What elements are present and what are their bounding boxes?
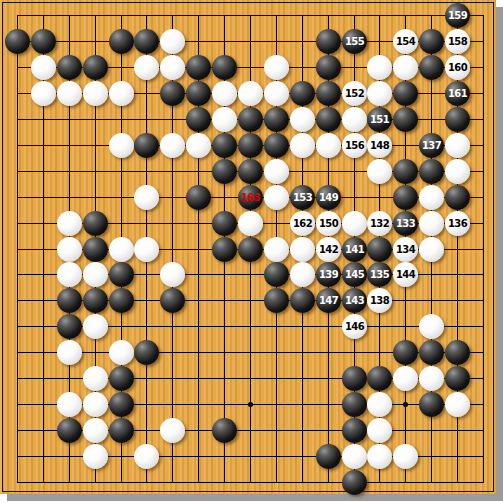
white-stone[interactable] <box>57 392 82 417</box>
move-number-label: 144 <box>393 262 418 287</box>
white-stone[interactable] <box>367 159 392 184</box>
white-stone[interactable] <box>160 55 185 80</box>
black-stone[interactable] <box>109 288 134 313</box>
white-stone[interactable] <box>83 444 108 469</box>
black-stone[interactable] <box>212 133 237 158</box>
black-stone[interactable] <box>238 133 263 158</box>
black-stone[interactable]: 151 <box>367 107 392 132</box>
black-stone[interactable] <box>316 444 341 469</box>
white-stone[interactable] <box>342 211 367 236</box>
black-stone[interactable] <box>393 185 418 210</box>
white-stone[interactable] <box>83 314 108 339</box>
black-stone[interactable] <box>290 81 315 106</box>
black-stone[interactable] <box>419 55 444 80</box>
move-number-label: 132 <box>367 211 392 236</box>
white-stone[interactable] <box>290 262 315 287</box>
move-number-label: 134 <box>393 237 418 262</box>
white-stone[interactable] <box>264 185 289 210</box>
black-stone[interactable]: 155 <box>342 29 367 54</box>
black-stone[interactable] <box>445 185 470 210</box>
move-number-label: 147 <box>316 288 341 313</box>
black-stone[interactable] <box>109 392 134 417</box>
black-stone[interactable]: 149 <box>316 185 341 210</box>
star-point <box>248 402 253 407</box>
move-number-label: 159 <box>445 3 470 28</box>
black-stone[interactable] <box>264 288 289 313</box>
black-stone[interactable]: 137 <box>419 133 444 158</box>
black-stone[interactable] <box>264 107 289 132</box>
black-stone[interactable]: 145 <box>342 262 367 287</box>
black-stone[interactable] <box>316 107 341 132</box>
black-stone[interactable] <box>83 237 108 262</box>
white-stone[interactable] <box>367 81 392 106</box>
page: { "game": "go", "board_size": 19, "posit… <box>0 0 503 503</box>
black-stone[interactable] <box>109 262 134 287</box>
white-stone[interactable]: 136 <box>445 211 470 236</box>
black-stone[interactable] <box>419 340 444 365</box>
white-stone[interactable] <box>290 237 315 262</box>
move-number-label: 150 <box>316 211 341 236</box>
black-stone[interactable] <box>393 107 418 132</box>
white-stone[interactable]: 154 <box>393 29 418 54</box>
black-stone[interactable] <box>57 418 82 443</box>
white-stone[interactable]: 160 <box>445 55 470 80</box>
black-stone[interactable] <box>160 288 185 313</box>
white-stone[interactable] <box>290 133 315 158</box>
white-stone[interactable] <box>109 237 134 262</box>
white-stone[interactable] <box>83 366 108 391</box>
move-number-label: 149 <box>316 185 341 210</box>
white-stone[interactable] <box>419 211 444 236</box>
move-number-label: 135 <box>367 262 392 287</box>
white-stone[interactable] <box>238 81 263 106</box>
white-stone[interactable] <box>57 81 82 106</box>
black-stone[interactable] <box>83 211 108 236</box>
white-stone[interactable]: 152 <box>342 81 367 106</box>
white-stone[interactable] <box>316 133 341 158</box>
white-stone[interactable] <box>134 237 159 262</box>
white-stone[interactable]: 156 <box>342 133 367 158</box>
white-stone[interactable] <box>419 314 444 339</box>
white-stone[interactable] <box>134 55 159 80</box>
black-stone[interactable] <box>212 55 237 80</box>
black-stone[interactable] <box>264 133 289 158</box>
black-stone[interactable] <box>445 107 470 132</box>
move-number-label: 139 <box>316 262 341 287</box>
white-stone[interactable] <box>186 133 211 158</box>
move-number-label: 141 <box>342 237 367 262</box>
black-stone[interactable] <box>342 366 367 391</box>
white-stone[interactable] <box>419 237 444 262</box>
black-stone[interactable] <box>419 159 444 184</box>
black-stone[interactable] <box>316 29 341 54</box>
white-stone[interactable]: 144 <box>393 262 418 287</box>
white-stone[interactable]: 158 <box>445 29 470 54</box>
move-number-label: 148 <box>367 133 392 158</box>
white-stone[interactable]: 162 <box>290 211 315 236</box>
black-stone[interactable] <box>83 55 108 80</box>
white-stone[interactable] <box>31 81 56 106</box>
move-number-label: 154 <box>393 29 418 54</box>
white-stone[interactable] <box>445 392 470 417</box>
black-stone[interactable] <box>212 418 237 443</box>
black-stone[interactable]: 139 <box>316 262 341 287</box>
white-stone[interactable] <box>419 185 444 210</box>
black-stone[interactable]: 163 <box>238 185 263 210</box>
white-stone[interactable] <box>134 185 159 210</box>
white-stone[interactable] <box>367 392 392 417</box>
white-stone[interactable] <box>238 211 263 236</box>
white-stone[interactable] <box>393 55 418 80</box>
black-stone[interactable] <box>57 55 82 80</box>
black-stone[interactable] <box>186 107 211 132</box>
white-stone[interactable] <box>109 81 134 106</box>
black-stone[interactable] <box>160 81 185 106</box>
black-stone[interactable] <box>393 159 418 184</box>
white-stone[interactable] <box>109 133 134 158</box>
star-point <box>403 402 408 407</box>
black-stone[interactable] <box>238 237 263 262</box>
white-stone[interactable]: 150 <box>316 211 341 236</box>
white-stone[interactable] <box>264 81 289 106</box>
black-stone[interactable] <box>419 29 444 54</box>
black-stone[interactable] <box>393 340 418 365</box>
white-stone[interactable] <box>57 340 82 365</box>
white-stone[interactable] <box>419 366 444 391</box>
go-board[interactable]: 1591551541581601521611511561481371631531… <box>0 0 496 494</box>
white-stone[interactable] <box>109 340 134 365</box>
black-stone[interactable] <box>57 288 82 313</box>
black-stone[interactable] <box>264 262 289 287</box>
black-stone[interactable] <box>212 237 237 262</box>
white-stone[interactable] <box>83 81 108 106</box>
white-stone[interactable] <box>342 107 367 132</box>
white-stone[interactable] <box>264 159 289 184</box>
black-stone[interactable]: 143 <box>342 288 367 313</box>
black-stone[interactable] <box>109 29 134 54</box>
white-stone[interactable] <box>264 55 289 80</box>
move-number-label: 156 <box>342 133 367 158</box>
white-stone[interactable]: 138 <box>367 288 392 313</box>
move-number-label: 143 <box>342 288 367 313</box>
white-stone[interactable] <box>290 107 315 132</box>
move-number-label: 133 <box>393 211 418 236</box>
black-stone[interactable]: 153 <box>290 185 315 210</box>
black-stone[interactable]: 147 <box>316 288 341 313</box>
black-stone[interactable] <box>186 185 211 210</box>
move-number-label: 146 <box>342 314 367 339</box>
black-stone[interactable] <box>31 29 56 54</box>
white-stone[interactable] <box>31 55 56 80</box>
black-stone[interactable] <box>445 366 470 391</box>
move-number-label: 158 <box>445 29 470 54</box>
black-stone[interactable] <box>342 418 367 443</box>
black-stone[interactable] <box>393 81 418 106</box>
white-stone[interactable] <box>342 444 367 469</box>
white-stone[interactable] <box>83 392 108 417</box>
black-stone[interactable] <box>290 288 315 313</box>
white-stone[interactable] <box>393 444 418 469</box>
black-stone[interactable] <box>109 366 134 391</box>
white-stone[interactable] <box>57 237 82 262</box>
white-stone[interactable] <box>160 418 185 443</box>
white-stone[interactable] <box>134 444 159 469</box>
black-stone[interactable] <box>212 159 237 184</box>
black-stone[interactable]: 159 <box>445 3 470 28</box>
black-stone[interactable] <box>316 55 341 80</box>
black-stone[interactable] <box>134 133 159 158</box>
black-stone[interactable] <box>134 340 159 365</box>
black-stone[interactable]: 135 <box>367 262 392 287</box>
move-number-label: 162 <box>290 211 315 236</box>
black-stone[interactable] <box>367 366 392 391</box>
grid-line-horizontal <box>17 482 484 483</box>
white-stone[interactable] <box>57 262 82 287</box>
white-stone[interactable]: 142 <box>316 237 341 262</box>
black-stone[interactable]: 141 <box>342 237 367 262</box>
white-stone[interactable] <box>212 107 237 132</box>
white-stone[interactable] <box>212 81 237 106</box>
black-stone[interactable] <box>316 81 341 106</box>
white-stone[interactable]: 132 <box>367 211 392 236</box>
white-stone[interactable] <box>367 418 392 443</box>
move-number-label: 145 <box>342 262 367 287</box>
white-stone[interactable] <box>367 55 392 80</box>
white-stone[interactable] <box>57 211 82 236</box>
move-number-label: 152 <box>342 81 367 106</box>
white-stone[interactable] <box>160 262 185 287</box>
white-stone[interactable] <box>264 237 289 262</box>
white-stone[interactable]: 148 <box>367 133 392 158</box>
move-number-label: 138 <box>367 288 392 313</box>
grid-line-vertical <box>483 15 484 483</box>
white-stone[interactable] <box>160 29 185 54</box>
move-number-label: 142 <box>316 237 341 262</box>
black-stone[interactable] <box>445 340 470 365</box>
move-number-label: 153 <box>290 185 315 210</box>
move-number-label: 160 <box>445 55 470 80</box>
white-stone[interactable]: 146 <box>342 314 367 339</box>
move-number-label: 137 <box>419 133 444 158</box>
white-stone[interactable] <box>83 418 108 443</box>
black-stone[interactable]: 161 <box>445 81 470 106</box>
black-stone[interactable] <box>238 107 263 132</box>
move-number-label: 161 <box>445 81 470 106</box>
black-stone[interactable]: 133 <box>393 211 418 236</box>
white-stone[interactable] <box>445 133 470 158</box>
black-stone[interactable] <box>83 288 108 313</box>
black-stone[interactable] <box>367 237 392 262</box>
black-stone[interactable] <box>419 392 444 417</box>
black-stone[interactable] <box>186 81 211 106</box>
black-stone[interactable] <box>57 314 82 339</box>
black-stone[interactable] <box>109 418 134 443</box>
black-stone[interactable] <box>342 470 367 495</box>
move-number-label: 155 <box>342 29 367 54</box>
white-stone[interactable] <box>393 366 418 391</box>
white-stone[interactable] <box>83 262 108 287</box>
white-stone[interactable] <box>445 159 470 184</box>
black-stone[interactable] <box>238 159 263 184</box>
black-stone[interactable] <box>5 29 30 54</box>
white-stone[interactable]: 134 <box>393 237 418 262</box>
white-stone[interactable] <box>160 133 185 158</box>
black-stone[interactable] <box>342 392 367 417</box>
black-stone[interactable] <box>134 29 159 54</box>
black-stone[interactable] <box>186 55 211 80</box>
white-stone[interactable] <box>367 444 392 469</box>
move-number-label: 163 <box>238 185 263 210</box>
black-stone[interactable] <box>212 211 237 236</box>
move-number-label: 151 <box>367 107 392 132</box>
move-number-label: 136 <box>445 211 470 236</box>
